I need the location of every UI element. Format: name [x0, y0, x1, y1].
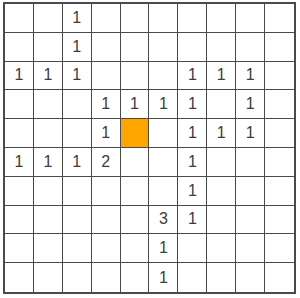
- cell-r8c9[interactable]: [236, 206, 265, 235]
- cell-r7c9[interactable]: [236, 177, 265, 206]
- cell-r3c3[interactable]: 1: [63, 62, 92, 91]
- cell-r5c10[interactable]: [265, 119, 294, 148]
- cell-r5c3[interactable]: [63, 119, 92, 148]
- cell-r2c10[interactable]: [265, 33, 294, 62]
- cell-r6c2[interactable]: 1: [34, 148, 63, 177]
- cell-r8c7[interactable]: 1: [178, 206, 207, 235]
- cell-r2c6[interactable]: [149, 33, 178, 62]
- cell-r3c2[interactable]: 1: [34, 62, 63, 91]
- cell-r2c4[interactable]: [92, 33, 121, 62]
- cell-r5c1[interactable]: [5, 119, 34, 148]
- cell-r5c8[interactable]: 1: [207, 119, 236, 148]
- cell-r6c6[interactable]: [149, 148, 178, 177]
- cell-r9c8[interactable]: [207, 234, 236, 263]
- cell-r10c3[interactable]: [63, 263, 92, 292]
- cell-r7c10[interactable]: [265, 177, 294, 206]
- cell-r4c4[interactable]: 1: [92, 90, 121, 119]
- cell-r4c5[interactable]: 1: [121, 90, 150, 119]
- cell-r9c3[interactable]: [63, 234, 92, 263]
- cell-r8c10[interactable]: [265, 206, 294, 235]
- cell-r6c5[interactable]: [121, 148, 150, 177]
- cell-r10c8[interactable]: [207, 263, 236, 292]
- cell-r4c1[interactable]: [5, 90, 34, 119]
- cell-r10c5[interactable]: [121, 263, 150, 292]
- highlighted-cell[interactable]: [121, 119, 150, 148]
- cell-r3c9[interactable]: 1: [236, 62, 265, 91]
- cell-r10c1[interactable]: [5, 263, 34, 292]
- cell-r6c4[interactable]: 2: [92, 148, 121, 177]
- cell-r1c9[interactable]: [236, 4, 265, 33]
- cell-r5c4[interactable]: 1: [92, 119, 121, 148]
- cell-r1c1[interactable]: [5, 4, 34, 33]
- cell-r9c4[interactable]: [92, 234, 121, 263]
- cell-r4c8[interactable]: [207, 90, 236, 119]
- minesweeper-board: 111111111111111111112113111: [3, 2, 296, 294]
- cell-r8c2[interactable]: [34, 206, 63, 235]
- cell-r9c10[interactable]: [265, 234, 294, 263]
- cell-r8c5[interactable]: [121, 206, 150, 235]
- cell-r7c6[interactable]: [149, 177, 178, 206]
- cell-r3c4[interactable]: [92, 62, 121, 91]
- cell-r8c6[interactable]: 3: [149, 206, 178, 235]
- cell-r3c8[interactable]: 1: [207, 62, 236, 91]
- cell-r4c7[interactable]: 1: [178, 90, 207, 119]
- cell-r2c5[interactable]: [121, 33, 150, 62]
- cell-r9c1[interactable]: [5, 234, 34, 263]
- cell-r10c4[interactable]: [92, 263, 121, 292]
- cell-r3c7[interactable]: 1: [178, 62, 207, 91]
- cell-r1c6[interactable]: [149, 4, 178, 33]
- cell-r10c2[interactable]: [34, 263, 63, 292]
- cell-r6c1[interactable]: 1: [5, 148, 34, 177]
- cell-r6c9[interactable]: [236, 148, 265, 177]
- cell-r10c9[interactable]: [236, 263, 265, 292]
- cell-r7c2[interactable]: [34, 177, 63, 206]
- cell-r2c2[interactable]: [34, 33, 63, 62]
- cell-r4c10[interactable]: [265, 90, 294, 119]
- cell-r6c10[interactable]: [265, 148, 294, 177]
- cell-r9c9[interactable]: [236, 234, 265, 263]
- cell-r5c9[interactable]: 1: [236, 119, 265, 148]
- cell-r2c8[interactable]: [207, 33, 236, 62]
- cell-r1c3[interactable]: 1: [63, 4, 92, 33]
- cell-r4c2[interactable]: [34, 90, 63, 119]
- cell-r9c7[interactable]: [178, 234, 207, 263]
- cell-r8c1[interactable]: [5, 206, 34, 235]
- cell-r9c5[interactable]: [121, 234, 150, 263]
- cell-r8c3[interactable]: [63, 206, 92, 235]
- cell-r2c9[interactable]: [236, 33, 265, 62]
- cell-r7c4[interactable]: [92, 177, 121, 206]
- cell-r2c3[interactable]: 1: [63, 33, 92, 62]
- cell-r2c7[interactable]: [178, 33, 207, 62]
- cell-r8c8[interactable]: [207, 206, 236, 235]
- cell-r7c7[interactable]: 1: [178, 177, 207, 206]
- cell-r7c3[interactable]: [63, 177, 92, 206]
- cell-r3c6[interactable]: [149, 62, 178, 91]
- cell-r4c6[interactable]: 1: [149, 90, 178, 119]
- cell-r4c9[interactable]: 1: [236, 90, 265, 119]
- cell-r1c8[interactable]: [207, 4, 236, 33]
- cell-r3c1[interactable]: 1: [5, 62, 34, 91]
- cell-r7c5[interactable]: [121, 177, 150, 206]
- cell-r1c7[interactable]: [178, 4, 207, 33]
- cell-r1c2[interactable]: [34, 4, 63, 33]
- cell-r5c7[interactable]: 1: [178, 119, 207, 148]
- cell-r3c10[interactable]: [265, 62, 294, 91]
- cell-r10c7[interactable]: [178, 263, 207, 292]
- cell-r3c5[interactable]: [121, 62, 150, 91]
- cell-r1c4[interactable]: [92, 4, 121, 33]
- cell-r1c10[interactable]: [265, 4, 294, 33]
- cell-r7c8[interactable]: [207, 177, 236, 206]
- cell-r9c2[interactable]: [34, 234, 63, 263]
- cell-r7c1[interactable]: [5, 177, 34, 206]
- cell-r6c3[interactable]: 1: [63, 148, 92, 177]
- cell-r2c1[interactable]: [5, 33, 34, 62]
- cell-r5c2[interactable]: [34, 119, 63, 148]
- cell-r5c6[interactable]: [149, 119, 178, 148]
- cell-r4c3[interactable]: [63, 90, 92, 119]
- cell-r8c4[interactable]: [92, 206, 121, 235]
- cell-r6c7[interactable]: 1: [178, 148, 207, 177]
- cell-r10c10[interactable]: [265, 263, 294, 292]
- cell-r10c6[interactable]: 1: [149, 263, 178, 292]
- cell-r9c6[interactable]: 1: [149, 234, 178, 263]
- cell-r6c8[interactable]: [207, 148, 236, 177]
- cell-r1c5[interactable]: [121, 4, 150, 33]
